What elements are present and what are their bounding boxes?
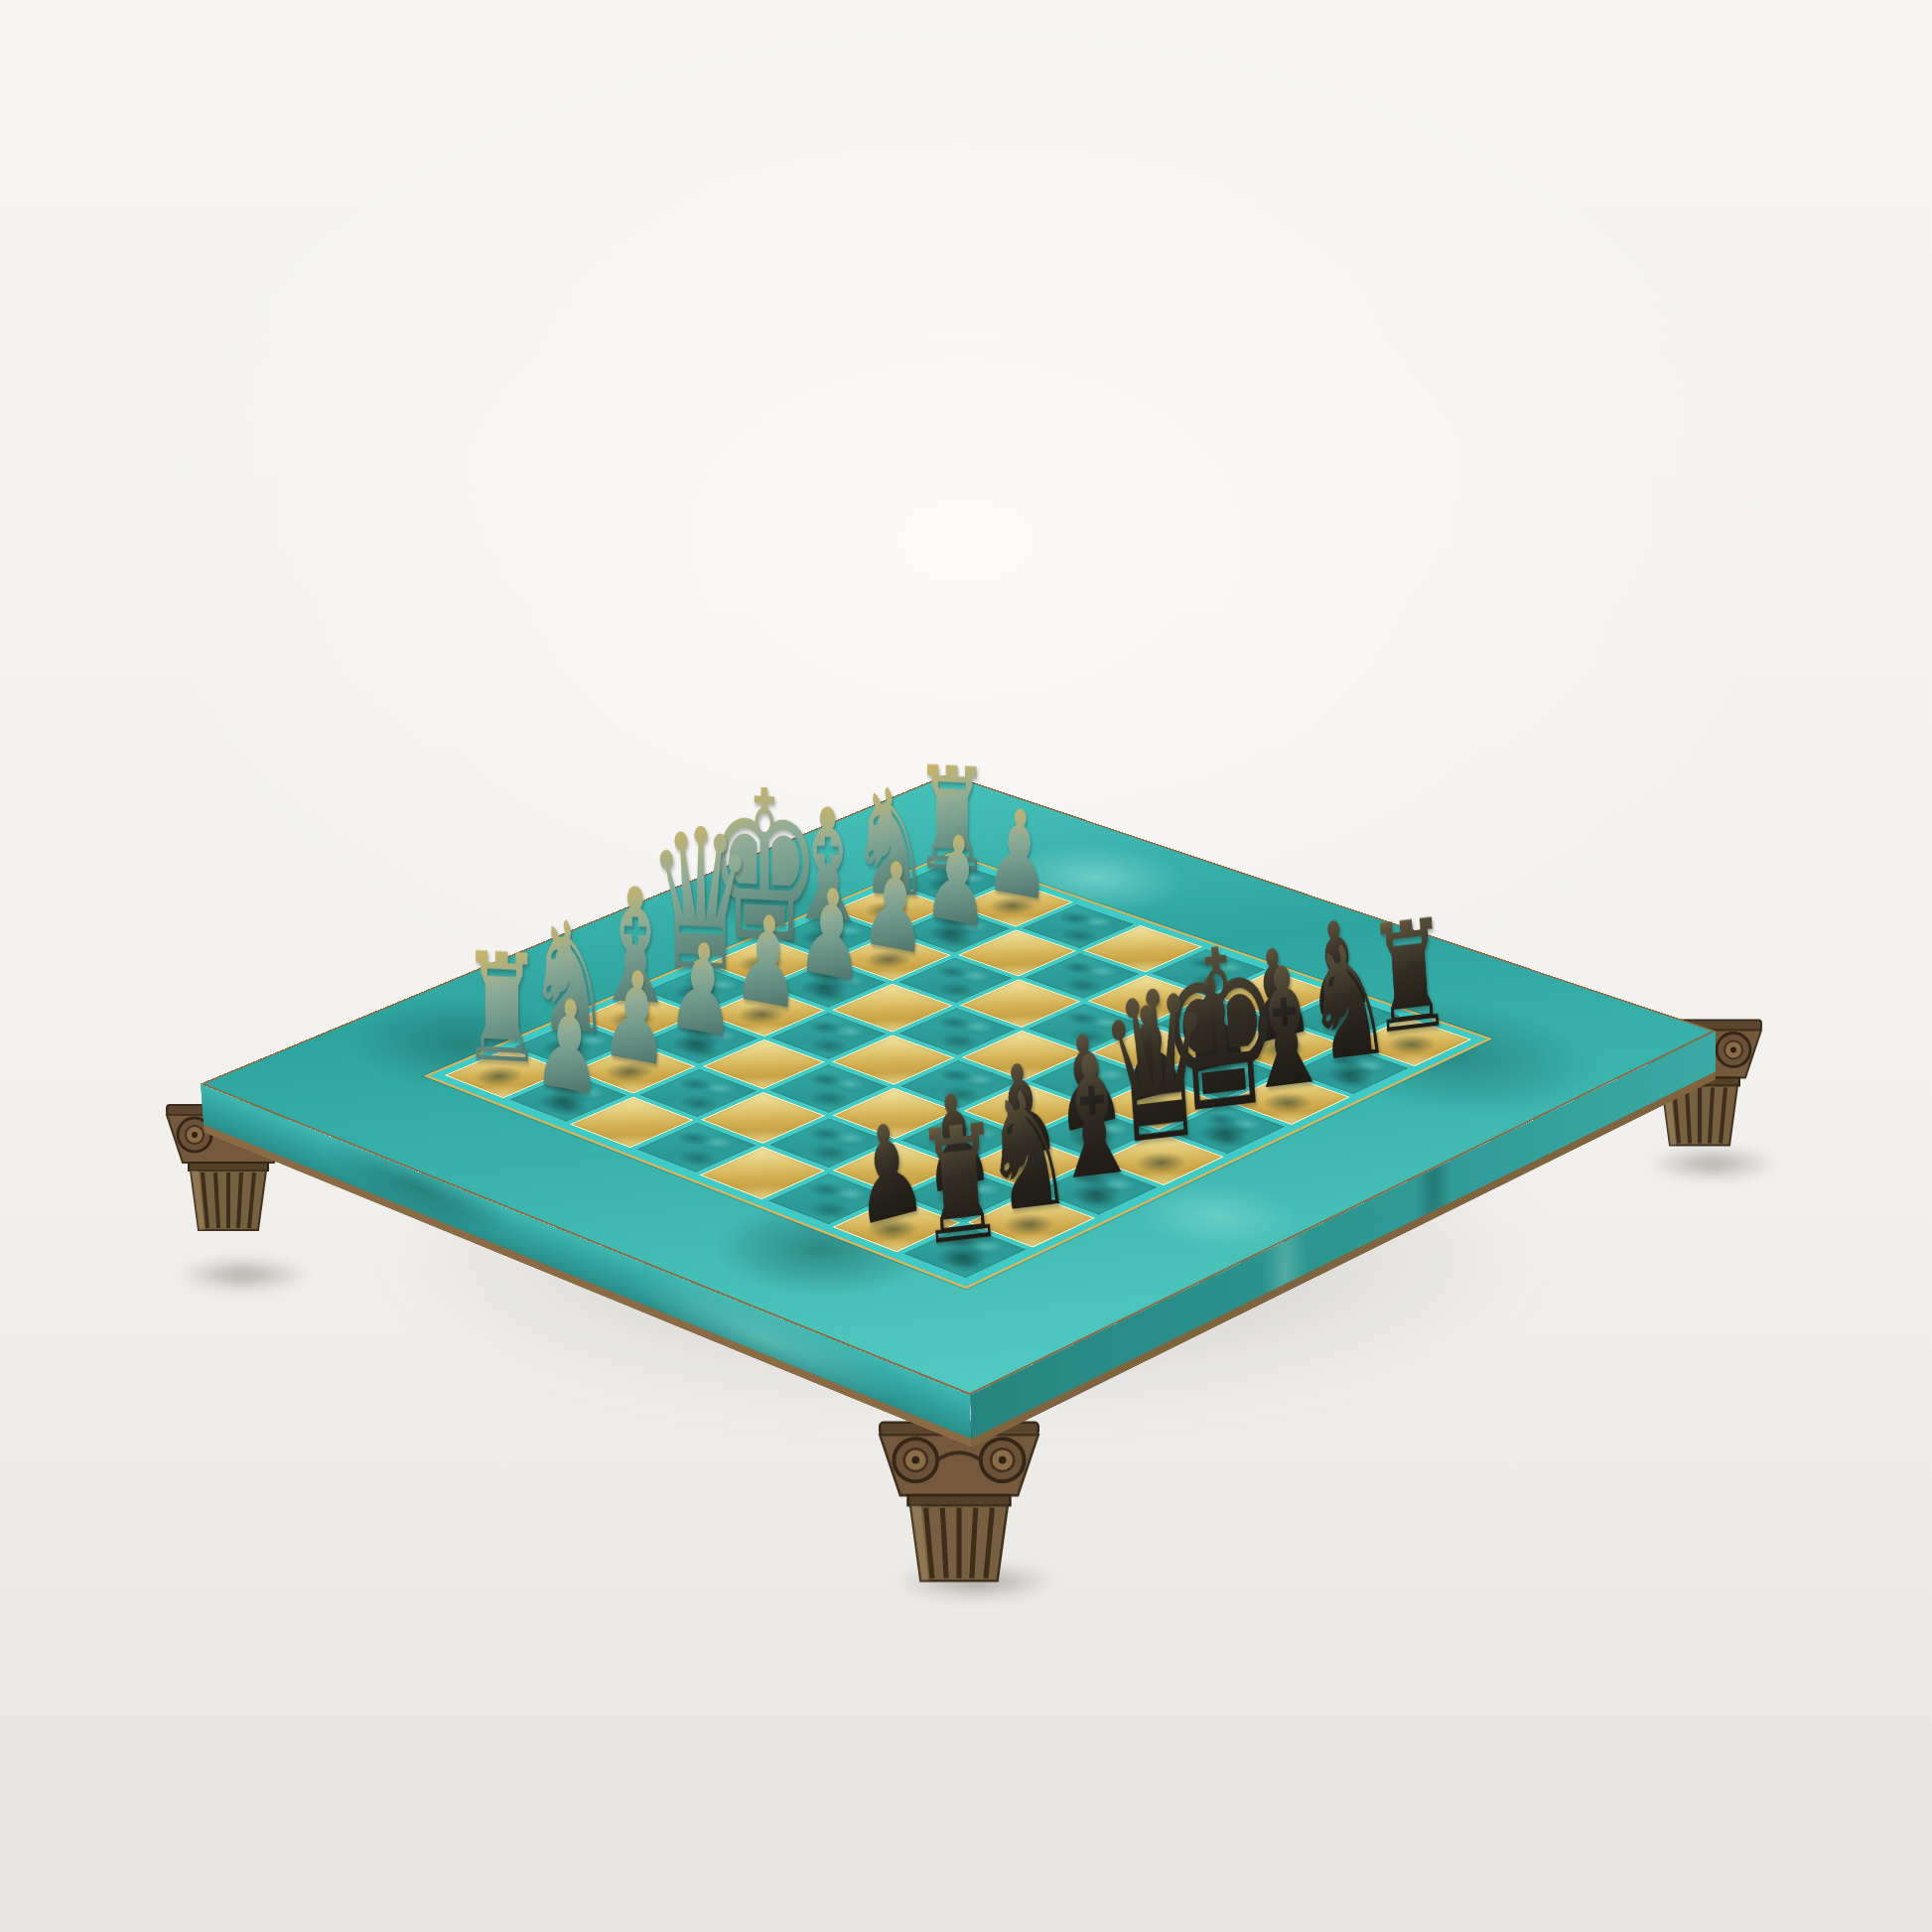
square-a4 xyxy=(634,1121,759,1173)
verdigris-rook-glyph: ♜ xyxy=(461,932,544,1085)
square-a3 xyxy=(570,1097,694,1149)
board-top-face: ♜♞♝♛♚♝♞♜♟♟♟♟♟♟♟♟♟♟♟♟♟♟♟♟♜♞♝♛♚♝♞♜ xyxy=(201,773,1716,1395)
verdigris-pawn-glyph: ♟ xyxy=(531,978,607,1114)
square-a5 xyxy=(699,1147,825,1199)
bronze-rook-glyph: ♜ xyxy=(911,1101,1009,1268)
chess-board: ♜♞♝♛♚♝♞♜♟♟♟♟♟♟♟♟♟♟♟♟♟♟♟♟♜♞♝♛♚♝♞♜ xyxy=(201,773,1716,1395)
square-b3 xyxy=(637,1068,760,1119)
product-photo-cycladic-chess-set: { "game": "chess", "set_description": "C… xyxy=(0,0,1932,1932)
scene: ♜♞♝♛♚♝♞♜♟♟♟♟♟♟♟♟♟♟♟♟♟♟♟♟♜♞♝♛♚♝♞♜ xyxy=(0,0,1932,1932)
verdigris-pawn-glyph: ♟ xyxy=(599,949,673,1084)
square-b4 xyxy=(701,1092,825,1144)
